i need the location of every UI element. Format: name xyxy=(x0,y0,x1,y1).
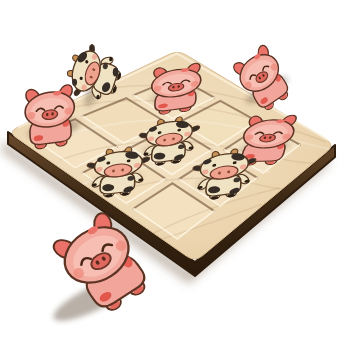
tic-tac-toe-scene: Wooden farm-animal tic-tac-toe board: pi… xyxy=(0,0,350,350)
product-photo: Wooden farm-animal tic-tac-toe board: pi… xyxy=(0,0,350,350)
